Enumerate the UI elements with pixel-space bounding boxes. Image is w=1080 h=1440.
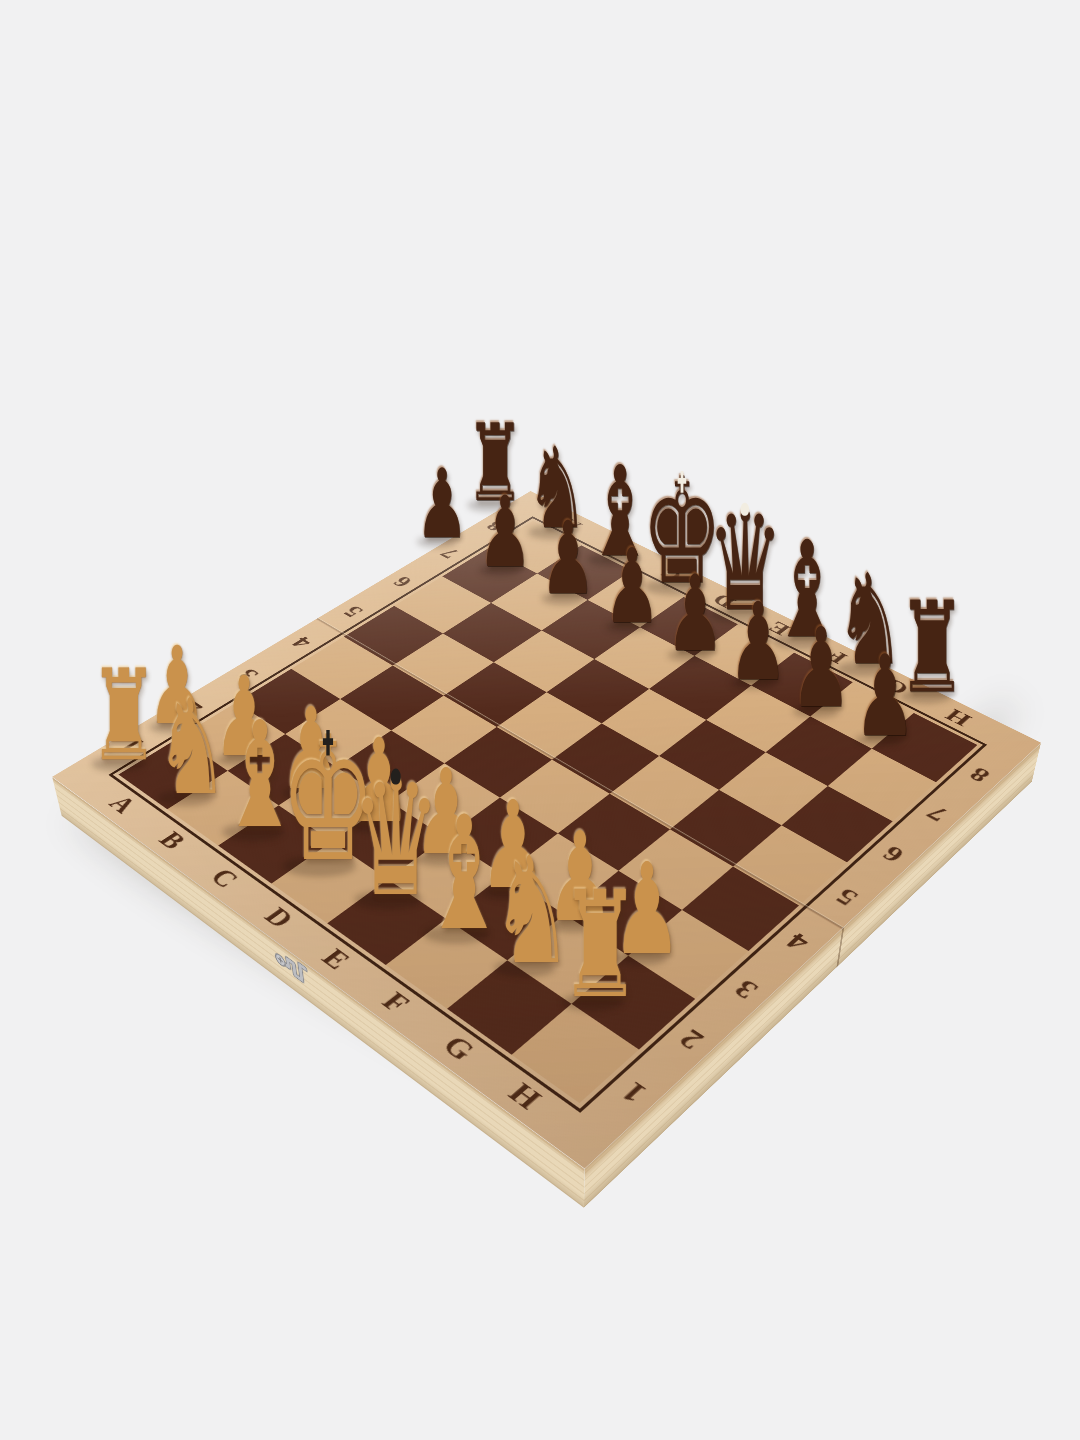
queen-finial-icon [740, 502, 748, 516]
product-photo-stage: ABCDEFGH ABCDEFGH 12345678 12345678 ♜♞♝♚… [0, 0, 1080, 1440]
king-finial-icon [678, 471, 687, 493]
fold-seam-on-side [836, 927, 844, 968]
board-top-surface: ABCDEFGH ABCDEFGH 12345678 12345678 [52, 491, 1041, 1169]
chess-board-squares [118, 521, 977, 1103]
chess-board: ABCDEFGH ABCDEFGH 12345678 12345678 [52, 491, 1041, 1169]
